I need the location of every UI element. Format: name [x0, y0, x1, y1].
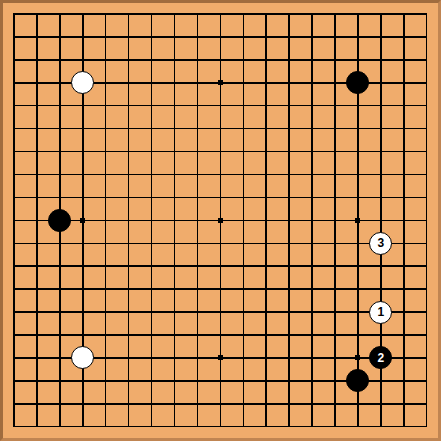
grid-line-vertical: [265, 13, 267, 427]
stone-black: [48, 209, 71, 232]
stone-black-move-2: 2: [369, 346, 392, 369]
star-point: [355, 355, 360, 360]
grid-line-horizontal: [13, 403, 427, 405]
grid-line-horizontal: [13, 243, 427, 245]
grid-line-horizontal: [13, 426, 427, 428]
grid-line-vertical: [403, 13, 405, 427]
stone-white: [71, 71, 94, 94]
grid-line-vertical: [243, 13, 245, 427]
stone-white: [71, 346, 94, 369]
stone-black: [346, 71, 369, 94]
move-number-label: 3: [378, 237, 385, 249]
move-number-label: 2: [378, 352, 385, 364]
star-point: [355, 218, 360, 223]
star-point: [218, 218, 223, 223]
grid-line-vertical: [311, 13, 313, 427]
grid-line-vertical: [334, 13, 336, 427]
stone-black: [346, 369, 369, 392]
star-point: [218, 80, 223, 85]
grid-line-vertical: [426, 13, 428, 427]
stone-white-move-1: 1: [369, 301, 392, 324]
star-point: [218, 355, 223, 360]
grid-line-vertical: [288, 13, 290, 427]
star-point: [80, 218, 85, 223]
go-board: 312: [0, 0, 441, 441]
grid-line-horizontal: [13, 311, 427, 313]
grid-line-horizontal: [13, 288, 427, 290]
move-number-label: 1: [378, 306, 385, 318]
stone-white-move-3: 3: [369, 232, 392, 255]
grid-line-horizontal: [13, 265, 427, 267]
grid-line-horizontal: [13, 334, 427, 336]
